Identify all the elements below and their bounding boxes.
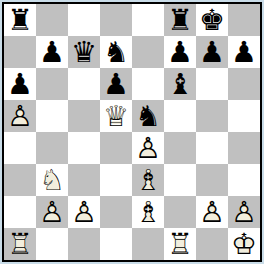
square-c1[interactable] — [68, 228, 100, 260]
piece-white-pawn[interactable]: ♟♙ — [68, 196, 100, 228]
piece-white-rook[interactable]: ♜♖ — [4, 228, 36, 260]
black-queen-icon: ♛ — [68, 36, 100, 68]
black-knight-icon: ♞ — [132, 100, 164, 132]
square-c7[interactable]: ♛ — [68, 36, 100, 68]
square-f2[interactable] — [164, 196, 196, 228]
square-e2[interactable]: ♝♗ — [132, 196, 164, 228]
piece-black-knight[interactable]: ♞ — [100, 36, 132, 68]
square-b7[interactable]: ♟ — [36, 36, 68, 68]
white-king-icon: ♔ — [228, 228, 260, 260]
piece-black-queen[interactable]: ♛ — [68, 36, 100, 68]
black-pawn-icon: ♟ — [100, 68, 132, 100]
square-h7[interactable]: ♟ — [228, 36, 260, 68]
square-b3[interactable]: ♞♘ — [36, 164, 68, 196]
piece-white-bishop[interactable]: ♝♗ — [132, 196, 164, 228]
piece-white-rook[interactable]: ♜♖ — [164, 228, 196, 260]
black-rook-icon: ♜ — [4, 4, 36, 36]
square-b8[interactable] — [36, 4, 68, 36]
square-d6[interactable]: ♟ — [100, 68, 132, 100]
square-f7[interactable]: ♟ — [164, 36, 196, 68]
square-c6[interactable] — [68, 68, 100, 100]
piece-white-knight[interactable]: ♞♘ — [36, 164, 68, 196]
square-h5[interactable] — [228, 100, 260, 132]
square-e6[interactable] — [132, 68, 164, 100]
square-g2[interactable]: ♟♙ — [196, 196, 228, 228]
white-pawn-icon: ♙ — [36, 196, 68, 228]
white-rook-icon: ♖ — [164, 228, 196, 260]
piece-black-rook[interactable]: ♜ — [4, 4, 36, 36]
piece-black-pawn[interactable]: ♟ — [196, 36, 228, 68]
square-h6[interactable] — [228, 68, 260, 100]
square-a6[interactable]: ♟ — [4, 68, 36, 100]
square-e3[interactable]: ♝♗ — [132, 164, 164, 196]
square-h2[interactable]: ♟♙ — [228, 196, 260, 228]
black-king-icon: ♚ — [196, 4, 228, 36]
square-e8[interactable] — [132, 4, 164, 36]
square-g3[interactable] — [196, 164, 228, 196]
white-pawn-icon: ♙ — [68, 196, 100, 228]
square-f8[interactable]: ♜ — [164, 4, 196, 36]
black-pawn-icon: ♟ — [4, 68, 36, 100]
square-d7[interactable]: ♞ — [100, 36, 132, 68]
piece-white-queen[interactable]: ♛♕ — [100, 100, 132, 132]
piece-black-pawn[interactable]: ♟ — [100, 68, 132, 100]
black-pawn-icon: ♟ — [196, 36, 228, 68]
white-queen-icon: ♕ — [100, 100, 132, 132]
square-g6[interactable] — [196, 68, 228, 100]
square-g7[interactable]: ♟ — [196, 36, 228, 68]
white-rook-icon: ♖ — [4, 228, 36, 260]
square-a2[interactable] — [4, 196, 36, 228]
square-e1[interactable] — [132, 228, 164, 260]
square-b2[interactable]: ♟♙ — [36, 196, 68, 228]
square-h1[interactable]: ♚♔ — [228, 228, 260, 260]
square-c8[interactable] — [68, 4, 100, 36]
white-knight-icon: ♘ — [36, 164, 68, 196]
piece-black-pawn[interactable]: ♟ — [228, 36, 260, 68]
white-pawn-icon: ♙ — [4, 100, 36, 132]
square-a7[interactable] — [4, 36, 36, 68]
black-pawn-icon: ♟ — [164, 36, 196, 68]
square-b1[interactable] — [36, 228, 68, 260]
square-a8[interactable]: ♜ — [4, 4, 36, 36]
square-g1[interactable] — [196, 228, 228, 260]
square-g5[interactable] — [196, 100, 228, 132]
white-pawn-icon: ♙ — [196, 196, 228, 228]
black-pawn-icon: ♟ — [228, 36, 260, 68]
square-g8[interactable]: ♚ — [196, 4, 228, 36]
square-f3[interactable] — [164, 164, 196, 196]
white-pawn-icon: ♙ — [228, 196, 260, 228]
square-d4[interactable] — [100, 132, 132, 164]
square-c3[interactable] — [68, 164, 100, 196]
square-a1[interactable]: ♜♖ — [4, 228, 36, 260]
piece-white-bishop[interactable]: ♝♗ — [132, 164, 164, 196]
square-c2[interactable]: ♟♙ — [68, 196, 100, 228]
square-a4[interactable] — [4, 132, 36, 164]
piece-black-pawn[interactable]: ♟ — [36, 36, 68, 68]
square-f1[interactable]: ♜♖ — [164, 228, 196, 260]
square-h4[interactable] — [228, 132, 260, 164]
chess-board: ♜♜♚♟♛♞♟♟♟♟♟♝♟♙♛♕♞♟♙♞♘♝♗♟♙♟♙♝♗♟♙♟♙♜♖♜♖♚♔ — [4, 4, 260, 260]
square-f5[interactable] — [164, 100, 196, 132]
square-d3[interactable] — [100, 164, 132, 196]
square-h3[interactable] — [228, 164, 260, 196]
piece-black-king[interactable]: ♚ — [196, 4, 228, 36]
square-e4[interactable]: ♟♙ — [132, 132, 164, 164]
white-pawn-icon: ♙ — [132, 132, 164, 164]
piece-black-rook[interactable]: ♜ — [164, 4, 196, 36]
square-d8[interactable] — [100, 4, 132, 36]
square-d1[interactable] — [100, 228, 132, 260]
piece-white-pawn[interactable]: ♟♙ — [228, 196, 260, 228]
board-frame: ♜♜♚♟♛♞♟♟♟♟♟♝♟♙♛♕♞♟♙♞♘♝♗♟♙♟♙♝♗♟♙♟♙♜♖♜♖♚♔ — [2, 2, 262, 262]
white-bishop-icon: ♗ — [132, 164, 164, 196]
black-rook-icon: ♜ — [164, 4, 196, 36]
square-d2[interactable] — [100, 196, 132, 228]
piece-white-pawn[interactable]: ♟♙ — [196, 196, 228, 228]
piece-white-pawn[interactable]: ♟♙ — [132, 132, 164, 164]
square-e5[interactable]: ♞ — [132, 100, 164, 132]
square-c4[interactable] — [68, 132, 100, 164]
square-b4[interactable] — [36, 132, 68, 164]
square-c5[interactable] — [68, 100, 100, 132]
square-b5[interactable] — [36, 100, 68, 132]
black-pawn-icon: ♟ — [36, 36, 68, 68]
piece-black-bishop[interactable]: ♝ — [164, 68, 196, 100]
piece-black-knight[interactable]: ♞ — [132, 100, 164, 132]
square-d5[interactable]: ♛♕ — [100, 100, 132, 132]
square-a5[interactable]: ♟♙ — [4, 100, 36, 132]
square-f4[interactable] — [164, 132, 196, 164]
square-e7[interactable] — [132, 36, 164, 68]
square-f6[interactable]: ♝ — [164, 68, 196, 100]
black-knight-icon: ♞ — [100, 36, 132, 68]
square-a3[interactable] — [4, 164, 36, 196]
piece-white-king[interactable]: ♚♔ — [228, 228, 260, 260]
white-bishop-icon: ♗ — [132, 196, 164, 228]
piece-white-pawn[interactable]: ♟♙ — [4, 100, 36, 132]
piece-black-pawn[interactable]: ♟ — [164, 36, 196, 68]
piece-black-pawn[interactable]: ♟ — [4, 68, 36, 100]
square-b6[interactable] — [36, 68, 68, 100]
board-margin: ♜♜♚♟♛♞♟♟♟♟♟♝♟♙♛♕♞♟♙♞♘♝♗♟♙♟♙♝♗♟♙♟♙♜♖♜♖♚♔ — [0, 0, 264, 264]
square-g4[interactable] — [196, 132, 228, 164]
square-h8[interactable] — [228, 4, 260, 36]
black-bishop-icon: ♝ — [164, 68, 196, 100]
piece-white-pawn[interactable]: ♟♙ — [36, 196, 68, 228]
